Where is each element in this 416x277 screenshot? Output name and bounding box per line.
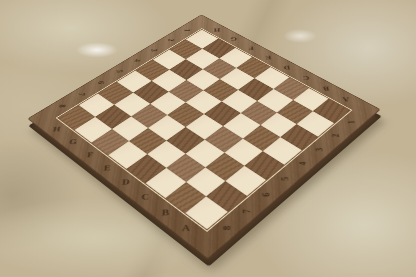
photo-scene: HGFEDCBA HGFEDCBA 12345678 12345678 xyxy=(0,0,416,277)
